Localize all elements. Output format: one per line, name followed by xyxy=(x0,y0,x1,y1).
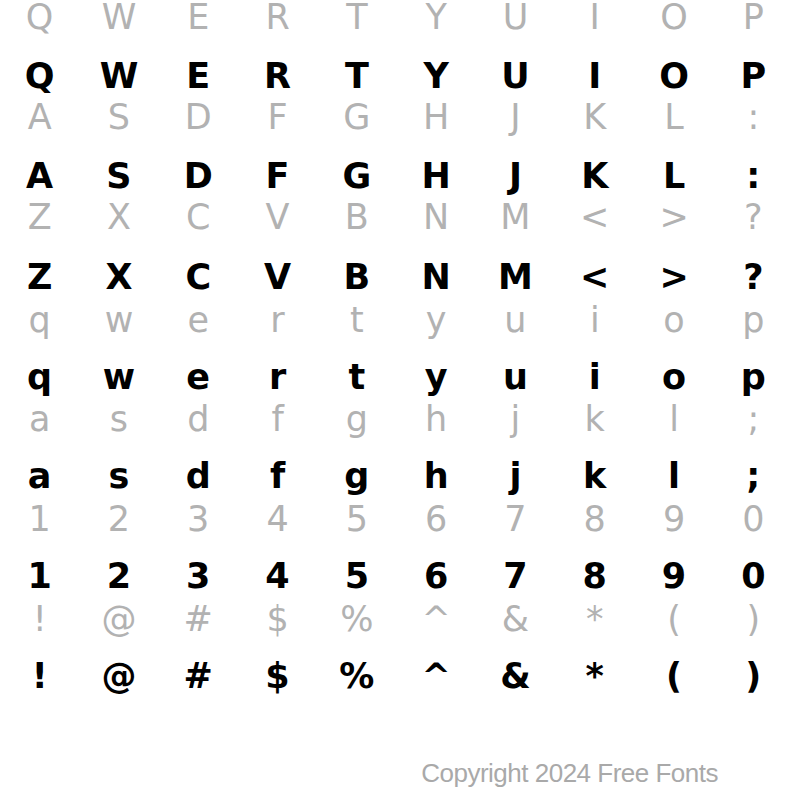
char-cell: 9 xyxy=(634,554,713,598)
char-cell: w xyxy=(79,298,158,342)
char-row: !@#$%^&*() xyxy=(0,597,793,641)
char-cell: j xyxy=(476,397,555,441)
char-cell: 5 xyxy=(317,497,396,541)
char-cell: ) xyxy=(714,654,793,698)
char-row: QWERTYUIOP xyxy=(0,0,793,39)
char-cell: G xyxy=(317,95,396,139)
char-row: asdfghjkl; xyxy=(0,397,793,441)
char-cell: I xyxy=(555,0,634,39)
char-cell: T xyxy=(317,54,396,98)
char-cell: @ xyxy=(79,597,158,641)
char-cell: S xyxy=(79,95,158,139)
char-cell: Y xyxy=(397,54,476,98)
char-cell: y xyxy=(397,298,476,342)
char-cell: N xyxy=(397,255,476,299)
char-cell: ^ xyxy=(397,654,476,698)
char-cell: 4 xyxy=(238,497,317,541)
char-cell: o xyxy=(634,298,713,342)
char-cell: F xyxy=(238,95,317,139)
char-cell: ! xyxy=(0,597,79,641)
char-cell: p xyxy=(714,298,793,342)
char-cell: H xyxy=(397,154,476,198)
char-cell: r xyxy=(238,355,317,399)
char-cell: s xyxy=(79,397,158,441)
char-cell: B xyxy=(317,195,396,239)
char-cell: L xyxy=(634,95,713,139)
char-cell: q xyxy=(0,298,79,342)
char-cell: w xyxy=(79,355,158,399)
char-cell: 2 xyxy=(79,554,158,598)
char-cell: q xyxy=(0,355,79,399)
char-cell: 2 xyxy=(79,497,158,541)
char-cell: l xyxy=(634,397,713,441)
char-cell: K xyxy=(555,95,634,139)
char-cell: f xyxy=(238,397,317,441)
char-cell: 0 xyxy=(714,497,793,541)
char-cell: g xyxy=(317,454,396,498)
char-cell: A xyxy=(0,95,79,139)
char-cell: ? xyxy=(714,255,793,299)
char-cell: > xyxy=(634,255,713,299)
char-cell: Q xyxy=(0,0,79,39)
char-cell: k xyxy=(555,397,634,441)
char-cell: Q xyxy=(0,54,79,98)
char-cell: U xyxy=(476,0,555,39)
char-cell: 6 xyxy=(397,497,476,541)
char-cell: W xyxy=(79,0,158,39)
char-cell: 3 xyxy=(159,554,238,598)
char-cell: V xyxy=(238,195,317,239)
char-cell: 4 xyxy=(238,554,317,598)
char-cell: & xyxy=(476,597,555,641)
char-cell: 8 xyxy=(555,554,634,598)
char-cell: P xyxy=(714,0,793,39)
char-row: !@#$%^&*() xyxy=(0,654,793,698)
char-row: asdfghjkl; xyxy=(0,454,793,498)
char-cell: D xyxy=(159,154,238,198)
char-cell: 0 xyxy=(714,554,793,598)
char-cell: X xyxy=(79,195,158,239)
char-cell: E xyxy=(159,54,238,98)
char-cell: ( xyxy=(634,597,713,641)
char-cell: # xyxy=(159,597,238,641)
char-row: 1234567890 xyxy=(0,497,793,541)
char-cell: I xyxy=(555,54,634,98)
char-cell: P xyxy=(714,54,793,98)
char-cell: o xyxy=(634,355,713,399)
char-row: ZXCVBNM<>? xyxy=(0,255,793,299)
char-cell: d xyxy=(159,397,238,441)
char-cell: M xyxy=(476,195,555,239)
char-cell: y xyxy=(397,355,476,399)
char-cell: ? xyxy=(714,195,793,239)
char-cell: $ xyxy=(238,597,317,641)
char-cell: g xyxy=(317,397,396,441)
char-cell: < xyxy=(555,195,634,239)
char-cell: : xyxy=(714,95,793,139)
char-cell: ( xyxy=(634,654,713,698)
char-cell: G xyxy=(317,154,396,198)
char-cell: h xyxy=(397,397,476,441)
char-cell: A xyxy=(0,154,79,198)
char-cell: r xyxy=(238,298,317,342)
char-cell: % xyxy=(317,654,396,698)
char-cell: 3 xyxy=(159,497,238,541)
char-cell: R xyxy=(238,0,317,39)
char-cell: Z xyxy=(0,195,79,239)
char-cell: V xyxy=(238,255,317,299)
char-row: ASDFGHJKL: xyxy=(0,154,793,198)
char-cell: > xyxy=(634,195,713,239)
char-cell: D xyxy=(159,95,238,139)
char-cell: J xyxy=(476,154,555,198)
char-cell: : xyxy=(714,154,793,198)
char-cell: 7 xyxy=(476,554,555,598)
char-row: 1234567890 xyxy=(0,554,793,598)
char-cell: X xyxy=(79,255,158,299)
char-cell: 7 xyxy=(476,497,555,541)
char-row: qwertyuiop xyxy=(0,355,793,399)
char-cell: Z xyxy=(0,255,79,299)
char-cell: i xyxy=(555,298,634,342)
char-cell: a xyxy=(0,397,79,441)
char-cell: a xyxy=(0,454,79,498)
char-cell: O xyxy=(634,54,713,98)
char-cell: k xyxy=(555,454,634,498)
char-cell: ; xyxy=(714,454,793,498)
char-cell: 5 xyxy=(317,554,396,598)
char-row: ASDFGHJKL: xyxy=(0,95,793,139)
char-cell: & xyxy=(476,654,555,698)
char-cell: N xyxy=(397,195,476,239)
char-cell: % xyxy=(317,597,396,641)
char-cell: F xyxy=(238,154,317,198)
char-row: ZXCVBNM<>? xyxy=(0,195,793,239)
char-cell: s xyxy=(79,454,158,498)
char-cell: u xyxy=(476,298,555,342)
char-cell: * xyxy=(555,597,634,641)
char-cell: f xyxy=(238,454,317,498)
char-cell: * xyxy=(555,654,634,698)
copyright-text: Copyright 2024 Free Fonts xyxy=(421,753,718,793)
char-cell: C xyxy=(159,195,238,239)
char-cell: i xyxy=(555,355,634,399)
char-cell: l xyxy=(634,454,713,498)
char-cell: e xyxy=(159,298,238,342)
char-cell: ! xyxy=(0,654,79,698)
char-cell: 1 xyxy=(0,497,79,541)
char-cell: ^ xyxy=(397,597,476,641)
char-cell: @ xyxy=(79,654,158,698)
char-cell: T xyxy=(317,0,396,39)
char-cell: ; xyxy=(714,397,793,441)
char-cell: L xyxy=(634,154,713,198)
char-cell: < xyxy=(555,255,634,299)
char-cell: E xyxy=(159,0,238,39)
char-cell: O xyxy=(634,0,713,39)
char-cell: 8 xyxy=(555,497,634,541)
char-cell: W xyxy=(79,54,158,98)
char-cell: C xyxy=(159,255,238,299)
char-cell: # xyxy=(159,654,238,698)
char-cell: M xyxy=(476,255,555,299)
char-cell: U xyxy=(476,54,555,98)
char-cell: t xyxy=(317,298,396,342)
char-cell: 6 xyxy=(397,554,476,598)
char-cell: e xyxy=(159,355,238,399)
char-cell: t xyxy=(317,355,396,399)
char-cell: 1 xyxy=(0,554,79,598)
char-cell: j xyxy=(476,454,555,498)
char-cell: $ xyxy=(238,654,317,698)
char-cell: S xyxy=(79,154,158,198)
char-cell: K xyxy=(555,154,634,198)
char-cell: R xyxy=(238,54,317,98)
char-cell: H xyxy=(397,95,476,139)
char-cell: B xyxy=(317,255,396,299)
char-cell: 9 xyxy=(634,497,713,541)
char-cell: h xyxy=(397,454,476,498)
char-cell: p xyxy=(714,355,793,399)
font-specimen-canvas: QWERTYUIOPQWERTYUIOPASDFGHJKL:ASDFGHJKL:… xyxy=(0,0,800,800)
char-row: QWERTYUIOP xyxy=(0,54,793,98)
char-cell: Y xyxy=(397,0,476,39)
char-cell: d xyxy=(159,454,238,498)
char-row: qwertyuiop xyxy=(0,298,793,342)
char-cell: J xyxy=(476,95,555,139)
char-cell: u xyxy=(476,355,555,399)
char-cell: ) xyxy=(714,597,793,641)
